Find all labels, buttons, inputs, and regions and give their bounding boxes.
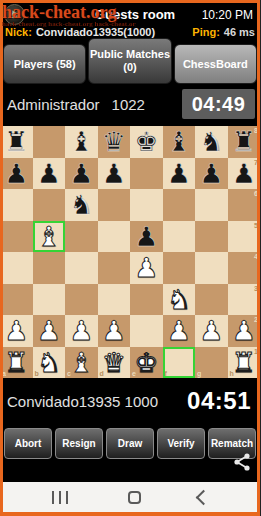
chess-board[interactable]: ♜♝♛♚♝♞8♜♟♟♟♟♟♟7♟♞6♝♟5♟4♞3♟♟♟♟♟♟2♟a♜b♞c♝d… (0, 126, 260, 378)
square-h7[interactable]: 7♟ (228, 158, 261, 190)
white-pawn[interactable]: ♟ (195, 315, 228, 347)
square-g6[interactable] (195, 189, 228, 221)
abort-button[interactable]: Abort (4, 428, 52, 459)
black-pawn[interactable]: ♟ (195, 158, 228, 190)
square-c5[interactable] (65, 221, 98, 253)
square-g4[interactable] (195, 252, 228, 284)
opponent-row: Administrador1022 04:49 (3, 85, 257, 124)
square-a8[interactable]: ♜ (0, 126, 33, 158)
player-name: Convidado13935 1000 (7, 393, 158, 410)
black-knight[interactable]: ♞ (65, 189, 98, 221)
white-pawn[interactable]: ♟ (228, 315, 261, 347)
black-pawn[interactable]: ♟ (0, 158, 33, 190)
black-pawn[interactable]: ♟ (33, 158, 66, 190)
square-e2[interactable] (130, 315, 163, 347)
square-e7[interactable] (130, 158, 163, 190)
square-h2[interactable]: 2♟ (228, 315, 261, 347)
square-f7[interactable]: ♟ (163, 158, 196, 190)
square-e3[interactable] (130, 284, 163, 316)
player-clock: 04:51 (187, 387, 251, 415)
square-f8[interactable]: ♝ (163, 126, 196, 158)
black-rook[interactable]: ♜ (228, 126, 261, 158)
square-h4[interactable]: 4 (228, 252, 261, 284)
player-name-text: Convidado13935 (7, 393, 120, 410)
status-time: 10:20 PM (202, 8, 253, 22)
square-f2[interactable]: ♟ (163, 315, 196, 347)
white-pawn[interactable]: ♟ (33, 315, 66, 347)
black-bishop[interactable]: ♝ (65, 126, 98, 158)
opponent-name: Administrador1022 (7, 96, 145, 113)
opponent-name-text: Administrador (7, 96, 100, 113)
square-a1[interactable]: a♜ (0, 347, 33, 379)
square-e5[interactable]: ♟ (130, 221, 163, 253)
square-h1[interactable]: 1h♜ (228, 347, 261, 379)
square-d5[interactable] (98, 221, 131, 253)
white-pawn[interactable]: ♟ (65, 315, 98, 347)
square-b6[interactable] (33, 189, 66, 221)
opponent-rating: 1022 (112, 96, 145, 113)
square-c7[interactable]: ♟ (65, 158, 98, 190)
ping-value: 46 ms (224, 26, 255, 38)
square-a6[interactable] (0, 189, 33, 221)
black-queen[interactable]: ♛ (98, 126, 131, 158)
square-f3[interactable]: ♞ (163, 284, 196, 316)
black-pawn[interactable]: ♟ (65, 158, 98, 190)
square-b5[interactable]: ♝ (33, 221, 66, 253)
black-rook[interactable]: ♜ (0, 126, 33, 158)
square-a3[interactable] (0, 284, 33, 316)
square-f6[interactable] (163, 189, 196, 221)
square-a2[interactable]: ♟ (0, 315, 33, 347)
white-knight[interactable]: ♞ (163, 284, 196, 316)
white-pawn[interactable]: ♟ (0, 315, 33, 347)
square-d8[interactable]: ♛ (98, 126, 131, 158)
black-knight[interactable]: ♞ (195, 126, 228, 158)
tab-chessboard[interactable]: ChessBoard (174, 44, 257, 84)
square-c3[interactable] (65, 284, 98, 316)
square-g2[interactable]: ♟ (195, 315, 228, 347)
square-c6[interactable]: ♞ (65, 189, 98, 221)
square-d1[interactable]: d♛ (98, 347, 131, 379)
white-knight[interactable]: ♞ (33, 347, 66, 379)
verify-button[interactable]: Verify (157, 428, 205, 459)
square-b3[interactable] (33, 284, 66, 316)
black-king[interactable]: ♚ (130, 126, 163, 158)
square-c1[interactable]: c♝ (65, 347, 98, 379)
square-d7[interactable]: ♟ (98, 158, 131, 190)
phone-screen: ♞ Guests room 10:20 PM Nick: Convidado13… (0, 0, 260, 516)
black-pawn[interactable]: ♟ (130, 221, 163, 253)
file-label-f: f (165, 370, 167, 377)
square-d6[interactable] (98, 189, 131, 221)
square-f5[interactable] (163, 221, 196, 253)
square-d2[interactable]: ♟ (98, 315, 131, 347)
square-d4[interactable] (98, 252, 131, 284)
ping-label: Ping: (192, 26, 220, 38)
rank-label-6: 6 (254, 190, 258, 197)
black-pawn[interactable]: ♟ (228, 158, 261, 190)
tab-public-matches[interactable]: Public Matches (0) (88, 38, 171, 84)
square-b8[interactable] (33, 126, 66, 158)
square-a5[interactable] (0, 221, 33, 253)
white-pawn[interactable]: ♟ (163, 315, 196, 347)
square-h3[interactable]: 3 (228, 284, 261, 316)
black-pawn[interactable]: ♟ (163, 158, 196, 190)
white-pawn[interactable]: ♟ (98, 315, 131, 347)
white-bishop[interactable]: ♝ (65, 347, 98, 379)
recents-icon[interactable] (49, 491, 70, 504)
share-icon[interactable] (232, 452, 252, 472)
white-queen[interactable]: ♛ (98, 347, 131, 379)
square-h8[interactable]: 8♜ (228, 126, 261, 158)
white-rook[interactable]: ♜ (0, 347, 33, 379)
home-icon[interactable] (128, 491, 141, 504)
square-d3[interactable] (98, 284, 131, 316)
square-g3[interactable] (195, 284, 228, 316)
square-g1[interactable]: g (195, 347, 228, 379)
player-rating: 1000 (125, 393, 158, 410)
square-h6[interactable]: 6 (228, 189, 261, 221)
square-a7[interactable]: ♟ (0, 158, 33, 190)
square-e8[interactable]: ♚ (130, 126, 163, 158)
white-bishop[interactable]: ♝ (33, 221, 66, 253)
square-b7[interactable]: ♟ (33, 158, 66, 190)
white-king[interactable]: ♚ (130, 347, 163, 379)
square-b4[interactable] (33, 252, 66, 284)
square-a4[interactable] (0, 252, 33, 284)
square-g7[interactable]: ♟ (195, 158, 228, 190)
rank-label-5: 5 (254, 222, 258, 229)
square-e1[interactable]: e♚ (130, 347, 163, 379)
watermark-subtext: hack-cheat.org hack-cheat.org hack-cheat… (2, 20, 136, 29)
tab-bar: Players (58) Public Matches (0) ChessBoa… (3, 41, 257, 84)
file-label-g: g (197, 370, 201, 377)
square-e4[interactable]: ♟ (130, 252, 163, 284)
square-f4[interactable] (163, 252, 196, 284)
square-g5[interactable] (195, 221, 228, 253)
android-nav-bar (3, 482, 257, 512)
square-f1[interactable]: f (163, 347, 196, 379)
square-b2[interactable]: ♟ (33, 315, 66, 347)
opponent-clock: 04:49 (182, 89, 255, 119)
square-c8[interactable]: ♝ (65, 126, 98, 158)
resign-button[interactable]: Resign (55, 428, 103, 459)
white-rook[interactable]: ♜ (228, 347, 261, 379)
action-button-bar: Abort Resign Draw Verify Rematch (4, 428, 256, 459)
rank-label-3: 3 (254, 285, 258, 292)
square-e6[interactable] (130, 189, 163, 221)
square-h5[interactable]: 5 (228, 221, 261, 253)
black-bishop[interactable]: ♝ (163, 126, 196, 158)
player-row: Convidado13935 1000 04:51 (3, 378, 257, 426)
square-c2[interactable]: ♟ (65, 315, 98, 347)
draw-button[interactable]: Draw (106, 428, 154, 459)
rank-label-4: 4 (254, 253, 258, 260)
square-g8[interactable]: ♞ (195, 126, 228, 158)
square-c4[interactable] (65, 252, 98, 284)
white-pawn[interactable]: ♟ (130, 252, 163, 284)
back-icon[interactable] (196, 489, 212, 505)
tab-players[interactable]: Players (58) (3, 44, 86, 84)
black-pawn[interactable]: ♟ (98, 158, 131, 190)
square-b1[interactable]: b♞ (33, 347, 66, 379)
